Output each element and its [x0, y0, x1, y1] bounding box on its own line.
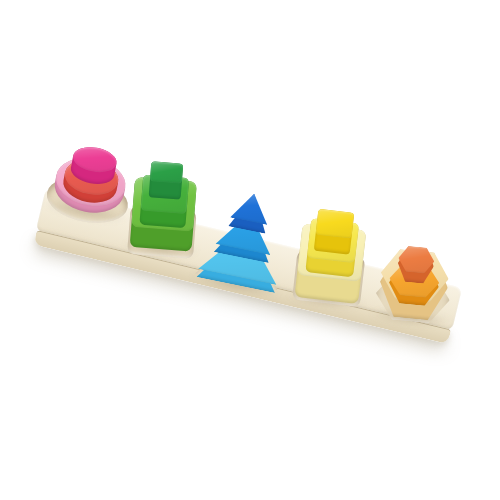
stack-triangles-blue-piece-3	[228, 190, 273, 234]
puzzle-board	[33, 188, 462, 343]
product-photo-canvas	[0, 0, 500, 500]
stack-squares-yellow-piece-3	[314, 209, 355, 255]
stack-squares-green-piece-3-face	[150, 161, 183, 183]
stack-circles-pink-piece-3	[69, 144, 119, 187]
stack-hexagons-orange-piece-3	[396, 245, 435, 284]
stack-squares-green-piece-3	[149, 161, 184, 199]
stack-squares-yellow-piece-3-face	[316, 209, 355, 239]
